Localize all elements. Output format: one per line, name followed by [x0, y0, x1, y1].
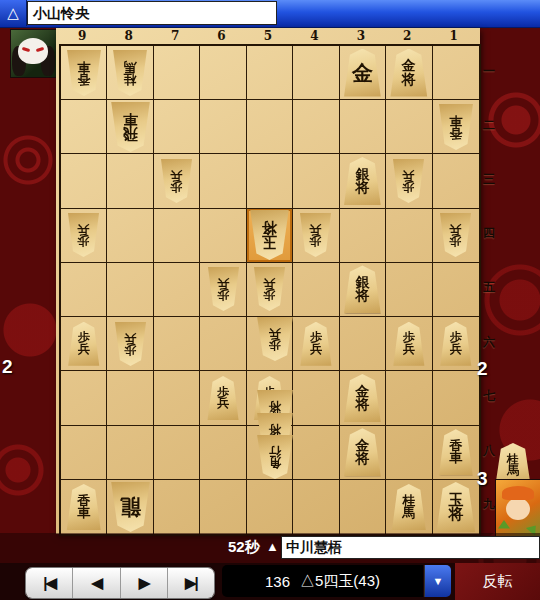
square-91: 香車 — [61, 46, 107, 100]
piece-sente-P-16: 歩兵 — [439, 322, 472, 366]
top-player-name: 小山怜央 — [27, 1, 277, 25]
top-player-avatar — [10, 29, 57, 78]
file-label-2: 2 — [384, 29, 430, 44]
piece-kanji: 将 — [269, 423, 281, 434]
square-96: 歩兵 — [61, 317, 107, 371]
square-52 — [247, 100, 293, 154]
square-54: 玉将 — [247, 209, 293, 263]
piece-gote-R-82: 飛車 — [110, 102, 151, 152]
square-24 — [386, 209, 432, 263]
rank-labels: 一二三四五六七八九 — [481, 44, 497, 532]
square-78 — [154, 426, 200, 480]
piece-sente-P-96: 歩兵 — [67, 322, 100, 366]
fox-eye-left — [22, 47, 31, 52]
square-41 — [293, 46, 339, 100]
square-12: 香車 — [433, 100, 479, 154]
piece-kanji: 兵 — [450, 224, 462, 235]
square-73: 歩兵 — [154, 154, 200, 208]
piece-kanji: 兵 — [78, 344, 90, 355]
piece-sente-P-67: 歩兵 — [207, 376, 240, 420]
piece-kanji: 兵 — [217, 278, 229, 289]
piece-kanji: 兵 — [310, 224, 322, 235]
square-87 — [107, 371, 153, 425]
piece-sente-P-26: 歩兵 — [392, 322, 425, 366]
square-42 — [293, 100, 339, 154]
square-69 — [200, 480, 246, 534]
piece-gote-P-94: 歩兵 — [67, 213, 100, 257]
square-83 — [107, 154, 153, 208]
square-43 — [293, 154, 339, 208]
square-37: 金将 — [340, 371, 386, 425]
file-label-4: 4 — [291, 29, 337, 44]
rank-label-3: 三 — [481, 152, 497, 206]
piece-gote-P-55: 歩兵 — [253, 267, 286, 311]
square-32 — [340, 100, 386, 154]
nav-next-button[interactable]: ▶ — [121, 568, 168, 598]
nav-prev-button[interactable]: ◀ — [73, 568, 120, 598]
piece-kanji: 兵 — [450, 344, 462, 355]
piece-kanji: 馬 — [507, 465, 519, 476]
square-45 — [293, 263, 339, 317]
piece-gote-L-12: 香車 — [438, 104, 474, 150]
piece-gote-P-73: 歩兵 — [160, 159, 193, 203]
square-35: 銀将 — [340, 263, 386, 317]
file-label-5: 5 — [245, 29, 291, 44]
square-26: 歩兵 — [386, 317, 432, 371]
piece-kanji: 兵 — [124, 332, 136, 343]
piece-gote-K-54: 玉将 — [249, 210, 290, 260]
piece-kanji: 兵 — [310, 344, 322, 355]
square-18: 香車 — [433, 426, 479, 480]
piece-kanji: 兵 — [403, 170, 415, 181]
square-63 — [200, 154, 246, 208]
square-59 — [247, 480, 293, 534]
piece-gote-+R-89: 龍 — [110, 482, 151, 532]
square-34 — [340, 209, 386, 263]
square-93 — [61, 154, 107, 208]
piece-kanji: 金 — [352, 63, 373, 83]
top-player-bar: △ 小山怜央 — [0, 0, 540, 28]
file-label-6: 6 — [198, 29, 244, 44]
piece-gote-N-81: 桂馬 — [112, 50, 148, 96]
file-label-7: 7 — [152, 29, 198, 44]
square-79 — [154, 480, 200, 534]
flip-board-button[interactable]: 反転 — [455, 563, 540, 600]
square-33: 銀将 — [340, 154, 386, 208]
rank-label-5: 五 — [481, 261, 497, 315]
avatar-hair — [502, 486, 534, 500]
square-22 — [386, 100, 432, 154]
square-38: 金将 — [340, 426, 386, 480]
shogi-replay-app: △ 小山怜央 987654321 香車桂馬金金将飛車香車歩兵銀将歩兵歩兵玉将歩兵… — [0, 0, 540, 600]
square-36 — [340, 317, 386, 371]
piece-gote-P-23: 歩兵 — [392, 159, 425, 203]
nav-first-button[interactable]: |◀ — [26, 568, 73, 598]
square-11 — [433, 46, 479, 100]
piece-sente-G-37: 金将 — [343, 374, 382, 422]
rank-label-1: 一 — [481, 44, 497, 98]
piece-kanji: 兵 — [171, 170, 183, 181]
square-23: 歩兵 — [386, 154, 432, 208]
replay-control-bar: |◀ ◀ ▶ ▶| 136 △5四玉(43) ▼ 反転 — [0, 563, 540, 600]
square-82: 飛車 — [107, 100, 153, 154]
chevron-down-icon: ▼ — [433, 575, 444, 587]
piece-kanji: 将 — [355, 452, 369, 465]
piece-sente-+S-31: 金 — [343, 49, 382, 97]
piece-kanji: 龍 — [120, 497, 141, 517]
piece-sente-G-38: 金将 — [343, 428, 382, 476]
square-75 — [154, 263, 200, 317]
bottom-status-row: 52秒 ▲ 中川慧梧 — [0, 533, 540, 563]
square-71 — [154, 46, 200, 100]
square-39 — [340, 480, 386, 534]
piece-kanji: 車 — [449, 114, 462, 126]
square-47 — [293, 371, 339, 425]
square-66 — [200, 317, 246, 371]
file-labels: 987654321 — [59, 29, 477, 44]
nav-last-button[interactable]: ▶| — [168, 568, 214, 598]
square-68 — [200, 426, 246, 480]
square-53 — [247, 154, 293, 208]
square-44: 歩兵 — [293, 209, 339, 263]
avatar-face — [506, 498, 530, 520]
piece-kanji: 車 — [123, 113, 138, 127]
piece-sente-S-33: 銀将 — [343, 157, 382, 205]
nav-button-group: |◀ ◀ ▶ ▶| — [25, 567, 215, 599]
square-17 — [433, 371, 479, 425]
square-99: 香車 — [61, 480, 107, 534]
square-97 — [61, 371, 107, 425]
piece-sente-S-35: 銀将 — [343, 265, 382, 313]
file-label-1: 1 — [431, 29, 477, 44]
file-label-3: 3 — [338, 29, 384, 44]
square-27 — [386, 371, 432, 425]
square-98 — [61, 426, 107, 480]
file-label-8: 8 — [105, 29, 151, 44]
square-74 — [154, 209, 200, 263]
sente-hand-count-N: 2 — [477, 358, 488, 380]
square-67: 歩兵 — [200, 371, 246, 425]
square-77 — [154, 371, 200, 425]
piece-kanji: 歩 — [263, 289, 275, 300]
square-85 — [107, 263, 153, 317]
square-88 — [107, 426, 153, 480]
piece-sente-L-99: 香車 — [66, 484, 102, 530]
square-51 — [247, 46, 293, 100]
piece-kanji: 将 — [402, 73, 416, 86]
leaf-icon — [498, 520, 510, 532]
piece-kanji: 馬 — [124, 60, 137, 72]
fox-mask-icon — [18, 38, 48, 64]
square-89: 龍 — [107, 480, 153, 534]
piece-kanji: 将 — [355, 398, 369, 411]
piece-kanji: 馬 — [402, 507, 415, 519]
piece-kanji: 兵 — [263, 278, 275, 289]
bottom-player-name: 中川慧梧 — [281, 536, 540, 559]
piece-kanji: 兵 — [217, 398, 229, 409]
piece-kanji: 兵 — [403, 344, 415, 355]
sente-triangle-icon: ▲ — [266, 539, 279, 554]
square-16: 歩兵 — [433, 317, 479, 371]
file-label-9: 9 — [59, 29, 105, 44]
square-92 — [61, 100, 107, 154]
square-21: 金将 — [386, 46, 432, 100]
square-76 — [154, 317, 200, 371]
bottom-player-avatar — [495, 479, 540, 539]
move-list-dropdown-button[interactable]: ▼ — [424, 565, 451, 597]
piece-kanji: 兵 — [269, 328, 281, 339]
piece-sente-P-46: 歩兵 — [299, 322, 332, 366]
piece-kanji: 将 — [355, 289, 369, 302]
square-15 — [433, 263, 479, 317]
piece-gote-P-44: 歩兵 — [299, 213, 332, 257]
gote-turn-marker: △ — [0, 0, 27, 26]
gote-triangle-icon: △ — [7, 4, 19, 22]
square-19: 玉将 — [433, 480, 479, 534]
square-14: 歩兵 — [433, 209, 479, 263]
piece-kanji: 車 — [77, 60, 90, 72]
move-number: 136 — [265, 573, 290, 590]
sente-hand-count-P: 3 — [477, 468, 488, 490]
piece-kanji: 行 — [269, 446, 281, 457]
piece-sente-N-29: 桂馬 — [391, 484, 427, 530]
square-48 — [293, 426, 339, 480]
square-61 — [200, 46, 246, 100]
move-timer: 52秒 — [228, 538, 260, 557]
square-46: 歩兵 — [293, 317, 339, 371]
square-81: 桂馬 — [107, 46, 153, 100]
square-55: 歩兵 — [247, 263, 293, 317]
piece-gote-P-65: 歩兵 — [207, 267, 240, 311]
square-84 — [107, 209, 153, 263]
piece-kanji: 将 — [355, 181, 369, 194]
square-64 — [200, 209, 246, 263]
gote-hand-count-B: 2 — [2, 356, 13, 378]
piece-kanji: 将 — [262, 221, 277, 235]
rank-label-2: 二 — [481, 98, 497, 152]
piece-kanji: 将 — [448, 507, 463, 521]
piece-kanji: 玉 — [262, 235, 277, 249]
piece-gote-P-86: 歩兵 — [114, 322, 147, 366]
square-86: 歩兵 — [107, 317, 153, 371]
piece-gote-P-14: 歩兵 — [439, 213, 472, 257]
square-28 — [386, 426, 432, 480]
piece-kanji: 車 — [77, 507, 90, 519]
square-65: 歩兵 — [200, 263, 246, 317]
piece-kanji: 車 — [449, 452, 462, 464]
piece-kanji: 歩 — [217, 289, 229, 300]
square-31: 金 — [340, 46, 386, 100]
piece-kanji: 将 — [269, 401, 281, 412]
square-72 — [154, 100, 200, 154]
square-95 — [61, 263, 107, 317]
piece-sente-K-19: 玉将 — [435, 482, 476, 532]
piece-sente-G-21: 金将 — [389, 49, 428, 97]
square-29: 桂馬 — [386, 480, 432, 534]
fox-eye-right — [36, 47, 45, 52]
piece-kanji: 兵 — [78, 224, 90, 235]
square-94: 歩兵 — [61, 209, 107, 263]
square-25 — [386, 263, 432, 317]
current-move-display[interactable]: 136 △5四玉(43) — [222, 565, 423, 597]
square-62 — [200, 100, 246, 154]
piece-gote-L-91: 香車 — [66, 50, 102, 96]
rank-label-4: 四 — [481, 207, 497, 261]
square-49 — [293, 480, 339, 534]
piece-sente-L-18: 香車 — [438, 429, 474, 475]
square-13 — [433, 154, 479, 208]
move-notation: △5四玉(43) — [300, 572, 380, 591]
